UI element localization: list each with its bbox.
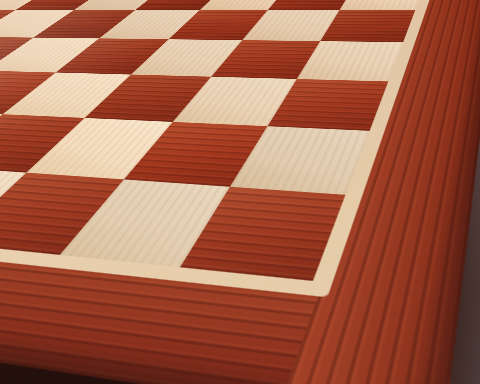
chess-board [0,0,441,281]
photo-scene [0,0,480,384]
board-square-r2c7[interactable] [339,0,425,10]
